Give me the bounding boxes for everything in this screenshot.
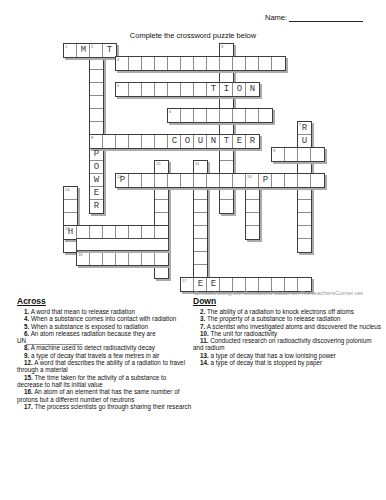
cell-r10c18[interactable] — [298, 174, 311, 187]
cell-r12c18[interactable] — [298, 200, 311, 213]
cell-r10c15[interactable] — [259, 174, 272, 187]
cell-r6c18[interactable] — [298, 122, 311, 135]
empty-band — [76, 238, 169, 251]
clue-15: 15. The time taken for the activity of a… — [17, 374, 193, 389]
cell-r15c18[interactable] — [298, 239, 311, 252]
clue-13: 13. a type of decay that has a low ionis… — [193, 352, 381, 359]
cell-r3c13[interactable] — [233, 83, 246, 96]
cell-r9c2[interactable] — [90, 161, 103, 174]
cell-r11c12[interactable] — [220, 187, 233, 200]
cell-r10c17[interactable] — [285, 174, 298, 187]
cell-r7c4[interactable] — [116, 135, 129, 148]
cell-r1c2[interactable] — [90, 57, 103, 70]
clue-16: 16. An atom of an element that has the s… — [17, 388, 193, 403]
cell-r14c18[interactable] — [298, 226, 311, 239]
cell-r7c11[interactable] — [207, 135, 220, 148]
cell-r0c2[interactable] — [90, 44, 103, 57]
cell-r5c14[interactable] — [246, 109, 259, 122]
cell-r0c1[interactable] — [77, 44, 90, 57]
cell-r12c12[interactable] — [220, 200, 233, 213]
clue-10: 10. The unit for radioactivity — [193, 330, 381, 337]
cell-r5c15[interactable] — [259, 109, 272, 122]
word-2-down — [89, 43, 104, 214]
cell-r16c7[interactable] — [155, 252, 168, 265]
cell-r3c4[interactable] — [116, 83, 129, 96]
cell-r3c6[interactable] — [142, 83, 155, 96]
clues-down-section: Down 2. The ability of a radiation to kn… — [193, 296, 381, 366]
cell-r8c18[interactable] — [298, 148, 311, 161]
cell-r13c18[interactable] — [298, 213, 311, 226]
cell-r1c13[interactable] — [233, 57, 246, 70]
cell-r1c12[interactable] — [220, 57, 233, 70]
word-9-across — [271, 147, 325, 162]
cell-r16c5[interactable] — [129, 252, 142, 265]
cell-r5c12[interactable] — [220, 109, 233, 122]
cell-r5c2[interactable] — [90, 109, 103, 122]
cell-r10c13[interactable] — [233, 174, 246, 187]
cell-r11c2[interactable] — [90, 187, 103, 200]
cell-r14c10[interactable] — [194, 226, 207, 239]
cell-r12c14[interactable] — [246, 200, 259, 213]
cell-r1c15[interactable] — [259, 57, 272, 70]
cell-r8c2[interactable] — [90, 148, 103, 161]
cell-r3c5[interactable] — [129, 83, 142, 96]
cell-r0c0[interactable] — [64, 44, 77, 57]
cell-r11c7[interactable] — [155, 187, 168, 200]
cell-r7c14[interactable] — [246, 135, 259, 148]
page-title: Complete the crossword puzzle below — [0, 31, 386, 40]
word-16-across — [76, 251, 169, 266]
word-5-across — [115, 82, 260, 97]
cell-r10c5[interactable] — [129, 174, 142, 187]
cell-r12c2[interactable] — [90, 200, 103, 213]
cell-r10c4[interactable] — [116, 174, 129, 187]
cell-r5c11[interactable] — [207, 109, 220, 122]
cell-r10c8[interactable] — [168, 174, 181, 187]
cell-r10c12[interactable] — [220, 174, 233, 187]
cell-r16c2[interactable] — [90, 252, 103, 265]
cell-r1c7[interactable] — [155, 57, 168, 70]
clue-5: 5. When a substance is exposed to radiat… — [17, 323, 193, 330]
cell-r5c8[interactable] — [168, 109, 181, 122]
clue-11: 11. Conducted research on radioactivity … — [193, 337, 381, 352]
cell-r1c11[interactable] — [207, 57, 220, 70]
cell-r1c14[interactable] — [246, 57, 259, 70]
cell-r16c4[interactable] — [116, 252, 129, 265]
cell-r16c3[interactable] — [103, 252, 116, 265]
cell-r11c0[interactable] — [64, 187, 77, 200]
cell-r11c10[interactable] — [194, 187, 207, 200]
name-row: Name: — [265, 13, 363, 22]
name-label: Name: — [265, 13, 287, 22]
cell-r3c12[interactable] — [220, 83, 233, 96]
cell-r14c14[interactable] — [246, 226, 259, 239]
across-clue-list: 1. A word that mean to release radiation… — [17, 308, 193, 410]
down-clue-list: 2. The ability of a radiation to knock e… — [193, 308, 381, 366]
down-header: Down — [193, 296, 381, 306]
cell-r10c10[interactable] — [194, 174, 207, 187]
cell-r1c6[interactable] — [142, 57, 155, 70]
cell-r3c9[interactable] — [181, 83, 194, 96]
clue-6: 6. An atom releases radiation because th… — [17, 330, 193, 345]
cell-r7c7[interactable] — [155, 135, 168, 148]
cell-r8c17[interactable] — [285, 148, 298, 161]
cell-r10c14[interactable] — [246, 174, 259, 187]
cell-r7c9[interactable] — [181, 135, 194, 148]
cell-r10c16[interactable] — [272, 174, 285, 187]
cell-r7c6[interactable] — [142, 135, 155, 148]
clue-7: 7. A scientist who investigated atoms an… — [193, 323, 381, 330]
word-8-across — [89, 134, 260, 149]
word-12-across — [115, 173, 325, 188]
cell-r8c19[interactable] — [311, 148, 324, 161]
word-6-across — [167, 108, 273, 123]
cell-r3c8[interactable] — [168, 83, 181, 96]
cell-r7c5[interactable] — [129, 135, 142, 148]
cell-r3c7[interactable] — [155, 83, 168, 96]
cell-r17c7[interactable] — [155, 265, 168, 278]
clue-17: 17. The process scientists go through sh… — [17, 403, 193, 410]
cell-r8c16[interactable] — [272, 148, 285, 161]
word-4-across — [115, 56, 286, 71]
name-blank-line — [289, 13, 363, 22]
cell-r11c18[interactable] — [298, 187, 311, 200]
cell-r4c2[interactable] — [90, 96, 103, 109]
cell-r7c8[interactable] — [168, 135, 181, 148]
clue-9: 9. a type of decay that travels a few me… — [17, 352, 193, 359]
cell-r16c10[interactable] — [194, 252, 207, 265]
cell-r1c8[interactable] — [168, 57, 181, 70]
clue-14: 14. a type of decay that is stopped by p… — [193, 359, 381, 366]
cell-r7c2[interactable] — [90, 135, 103, 148]
clue-1: 1. A word that mean to release radiation — [17, 308, 193, 315]
cell-r3c2[interactable] — [90, 83, 103, 96]
across-header: Across — [17, 296, 193, 306]
cell-r15c10[interactable] — [194, 239, 207, 252]
cell-r10c19[interactable] — [311, 174, 324, 187]
cell-r16c6[interactable] — [142, 252, 155, 265]
cell-r12c0[interactable] — [64, 200, 77, 213]
cell-r18c9[interactable] — [181, 278, 194, 291]
cell-r12c10[interactable] — [194, 200, 207, 213]
clue-2: 2. The ability of a radiation to knock e… — [193, 308, 381, 315]
cell-r10c9[interactable] — [181, 174, 194, 187]
cell-r16c1[interactable] — [77, 252, 90, 265]
cell-r7c13[interactable] — [233, 135, 246, 148]
cell-r11c14[interactable] — [246, 187, 259, 200]
cell-r1c5[interactable] — [129, 57, 142, 70]
cell-r13c14[interactable] — [246, 213, 259, 226]
clue-12: 12. A word that describes the ability of… — [17, 359, 193, 374]
cell-r10c7[interactable] — [155, 174, 168, 187]
cell-r8c12[interactable] — [220, 148, 233, 161]
clue-8: 8. A machine used to detect radioactivit… — [17, 344, 193, 351]
cell-r1c10[interactable] — [194, 57, 207, 70]
cell-r10c11[interactable] — [207, 174, 220, 187]
cell-r10c2[interactable] — [90, 174, 103, 187]
cell-r3c14[interactable] — [246, 83, 259, 96]
cell-r7c12[interactable] — [220, 135, 233, 148]
cell-r5c13[interactable] — [233, 109, 246, 122]
cell-r7c10[interactable] — [194, 135, 207, 148]
word-1-across — [63, 43, 117, 58]
cell-r1c9[interactable] — [181, 57, 194, 70]
cell-r5c9[interactable] — [181, 109, 194, 122]
cell-r2c2[interactable] — [90, 70, 103, 83]
clues-across-section: Across 1. A word that mean to release ra… — [17, 296, 193, 410]
cell-r13c10[interactable] — [194, 213, 207, 226]
cell-r3c10[interactable] — [194, 83, 207, 96]
cell-r1c16[interactable] — [272, 57, 285, 70]
cell-r3c11[interactable] — [207, 83, 220, 96]
cell-r12c7[interactable] — [155, 200, 168, 213]
clue-4: 4. When a substance comes into contact w… — [17, 315, 193, 322]
clue-3: 3. The property of a substance to releas… — [193, 315, 381, 322]
credit-line: Created using the Crossword Maker on The… — [194, 290, 363, 296]
cell-r10c6[interactable] — [142, 174, 155, 187]
cell-r5c10[interactable] — [194, 109, 207, 122]
cell-r1c4[interactable] — [116, 57, 129, 70]
cell-r7c3[interactable] — [103, 135, 116, 148]
